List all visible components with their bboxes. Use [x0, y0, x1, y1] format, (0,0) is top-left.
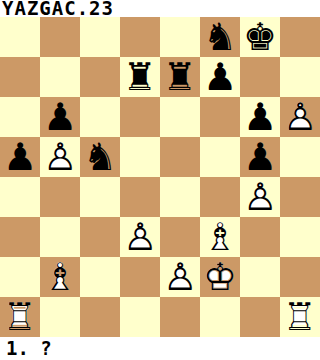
square-b6[interactable]: ♟ — [40, 97, 80, 137]
square-h1[interactable]: ♜♖ — [280, 297, 320, 337]
piece-black-pawn: ♟ — [40, 97, 80, 137]
piece-white-pawn: ♙ — [240, 177, 280, 217]
square-f5[interactable] — [200, 137, 240, 177]
square-g3[interactable] — [240, 217, 280, 257]
piece-white-bishop-fill: ♝ — [40, 257, 80, 297]
square-h2[interactable] — [280, 257, 320, 297]
piece-black-rook: ♜ — [120, 57, 160, 97]
piece-white-rook: ♖ — [280, 297, 320, 337]
piece-white-rook-fill: ♜ — [280, 297, 320, 337]
square-e6[interactable] — [160, 97, 200, 137]
square-d1[interactable] — [120, 297, 160, 337]
square-b5[interactable]: ♟♙ — [40, 137, 80, 177]
piece-black-king: ♚ — [240, 17, 280, 57]
square-b7[interactable] — [40, 57, 80, 97]
piece-black-pawn: ♟ — [0, 137, 40, 177]
square-f7[interactable]: ♟ — [200, 57, 240, 97]
piece-black-knight: ♞ — [200, 17, 240, 57]
square-c2[interactable] — [80, 257, 120, 297]
piece-white-pawn-fill: ♟ — [120, 217, 160, 257]
square-a1[interactable]: ♜♖ — [0, 297, 40, 337]
chess-diagram-window: YAZGAC.23 ♞♚♜♜♟♟♟♟♙♟♟♙♞♟♟♙♟♙♝♗♝♗♟♙♚♔♜♖♜♖… — [0, 0, 320, 360]
square-h5[interactable] — [280, 137, 320, 177]
square-c3[interactable] — [80, 217, 120, 257]
square-f8[interactable]: ♞ — [200, 17, 240, 57]
square-g7[interactable] — [240, 57, 280, 97]
piece-black-rook: ♜ — [160, 57, 200, 97]
piece-white-bishop: ♗ — [200, 217, 240, 257]
square-f1[interactable] — [200, 297, 240, 337]
square-f6[interactable] — [200, 97, 240, 137]
square-a2[interactable] — [0, 257, 40, 297]
square-c7[interactable] — [80, 57, 120, 97]
square-c4[interactable] — [80, 177, 120, 217]
square-b2[interactable]: ♝♗ — [40, 257, 80, 297]
square-e3[interactable] — [160, 217, 200, 257]
piece-white-pawn-fill: ♟ — [280, 97, 320, 137]
square-c6[interactable] — [80, 97, 120, 137]
square-c8[interactable] — [80, 17, 120, 57]
square-a8[interactable] — [0, 17, 40, 57]
square-e5[interactable] — [160, 137, 200, 177]
square-e4[interactable] — [160, 177, 200, 217]
square-f3[interactable]: ♝♗ — [200, 217, 240, 257]
square-d2[interactable] — [120, 257, 160, 297]
piece-white-king: ♔ — [200, 257, 240, 297]
square-g1[interactable] — [240, 297, 280, 337]
piece-white-pawn: ♙ — [120, 217, 160, 257]
piece-white-rook-fill: ♜ — [0, 297, 40, 337]
square-g6[interactable]: ♟ — [240, 97, 280, 137]
piece-white-pawn: ♙ — [280, 97, 320, 137]
square-d4[interactable] — [120, 177, 160, 217]
square-e8[interactable] — [160, 17, 200, 57]
square-h6[interactable]: ♟♙ — [280, 97, 320, 137]
square-e7[interactable]: ♜ — [160, 57, 200, 97]
square-g2[interactable] — [240, 257, 280, 297]
square-d5[interactable] — [120, 137, 160, 177]
square-h4[interactable] — [280, 177, 320, 217]
piece-black-pawn: ♟ — [240, 137, 280, 177]
square-h7[interactable] — [280, 57, 320, 97]
square-c5[interactable]: ♞ — [80, 137, 120, 177]
square-d3[interactable]: ♟♙ — [120, 217, 160, 257]
piece-white-pawn: ♙ — [40, 137, 80, 177]
square-d7[interactable]: ♜ — [120, 57, 160, 97]
piece-white-pawn-fill: ♟ — [160, 257, 200, 297]
piece-white-bishop-fill: ♝ — [200, 217, 240, 257]
chess-board: ♞♚♜♜♟♟♟♟♙♟♟♙♞♟♟♙♟♙♝♗♝♗♟♙♚♔♜♖♜♖ — [0, 17, 320, 337]
square-a7[interactable] — [0, 57, 40, 97]
piece-black-pawn: ♟ — [200, 57, 240, 97]
square-g8[interactable]: ♚ — [240, 17, 280, 57]
square-b8[interactable] — [40, 17, 80, 57]
piece-white-bishop: ♗ — [40, 257, 80, 297]
piece-white-king-fill: ♚ — [200, 257, 240, 297]
square-h3[interactable] — [280, 217, 320, 257]
piece-black-knight: ♞ — [80, 137, 120, 177]
piece-white-rook: ♖ — [0, 297, 40, 337]
square-g5[interactable]: ♟ — [240, 137, 280, 177]
square-e2[interactable]: ♟♙ — [160, 257, 200, 297]
square-d8[interactable] — [120, 17, 160, 57]
square-h8[interactable] — [280, 17, 320, 57]
diagram-title: YAZGAC.23 — [0, 0, 320, 17]
square-a5[interactable]: ♟ — [0, 137, 40, 177]
square-a3[interactable] — [0, 217, 40, 257]
piece-black-pawn: ♟ — [240, 97, 280, 137]
square-a4[interactable] — [0, 177, 40, 217]
square-f2[interactable]: ♚♔ — [200, 257, 240, 297]
piece-white-pawn-fill: ♟ — [40, 137, 80, 177]
square-a6[interactable] — [0, 97, 40, 137]
square-c1[interactable] — [80, 297, 120, 337]
square-g4[interactable]: ♟♙ — [240, 177, 280, 217]
square-b4[interactable] — [40, 177, 80, 217]
square-e1[interactable] — [160, 297, 200, 337]
piece-white-pawn-fill: ♟ — [240, 177, 280, 217]
square-b1[interactable] — [40, 297, 80, 337]
move-prompt: 1. ? — [0, 337, 320, 360]
square-d6[interactable] — [120, 97, 160, 137]
piece-white-pawn: ♙ — [160, 257, 200, 297]
square-b3[interactable] — [40, 217, 80, 257]
square-f4[interactable] — [200, 177, 240, 217]
